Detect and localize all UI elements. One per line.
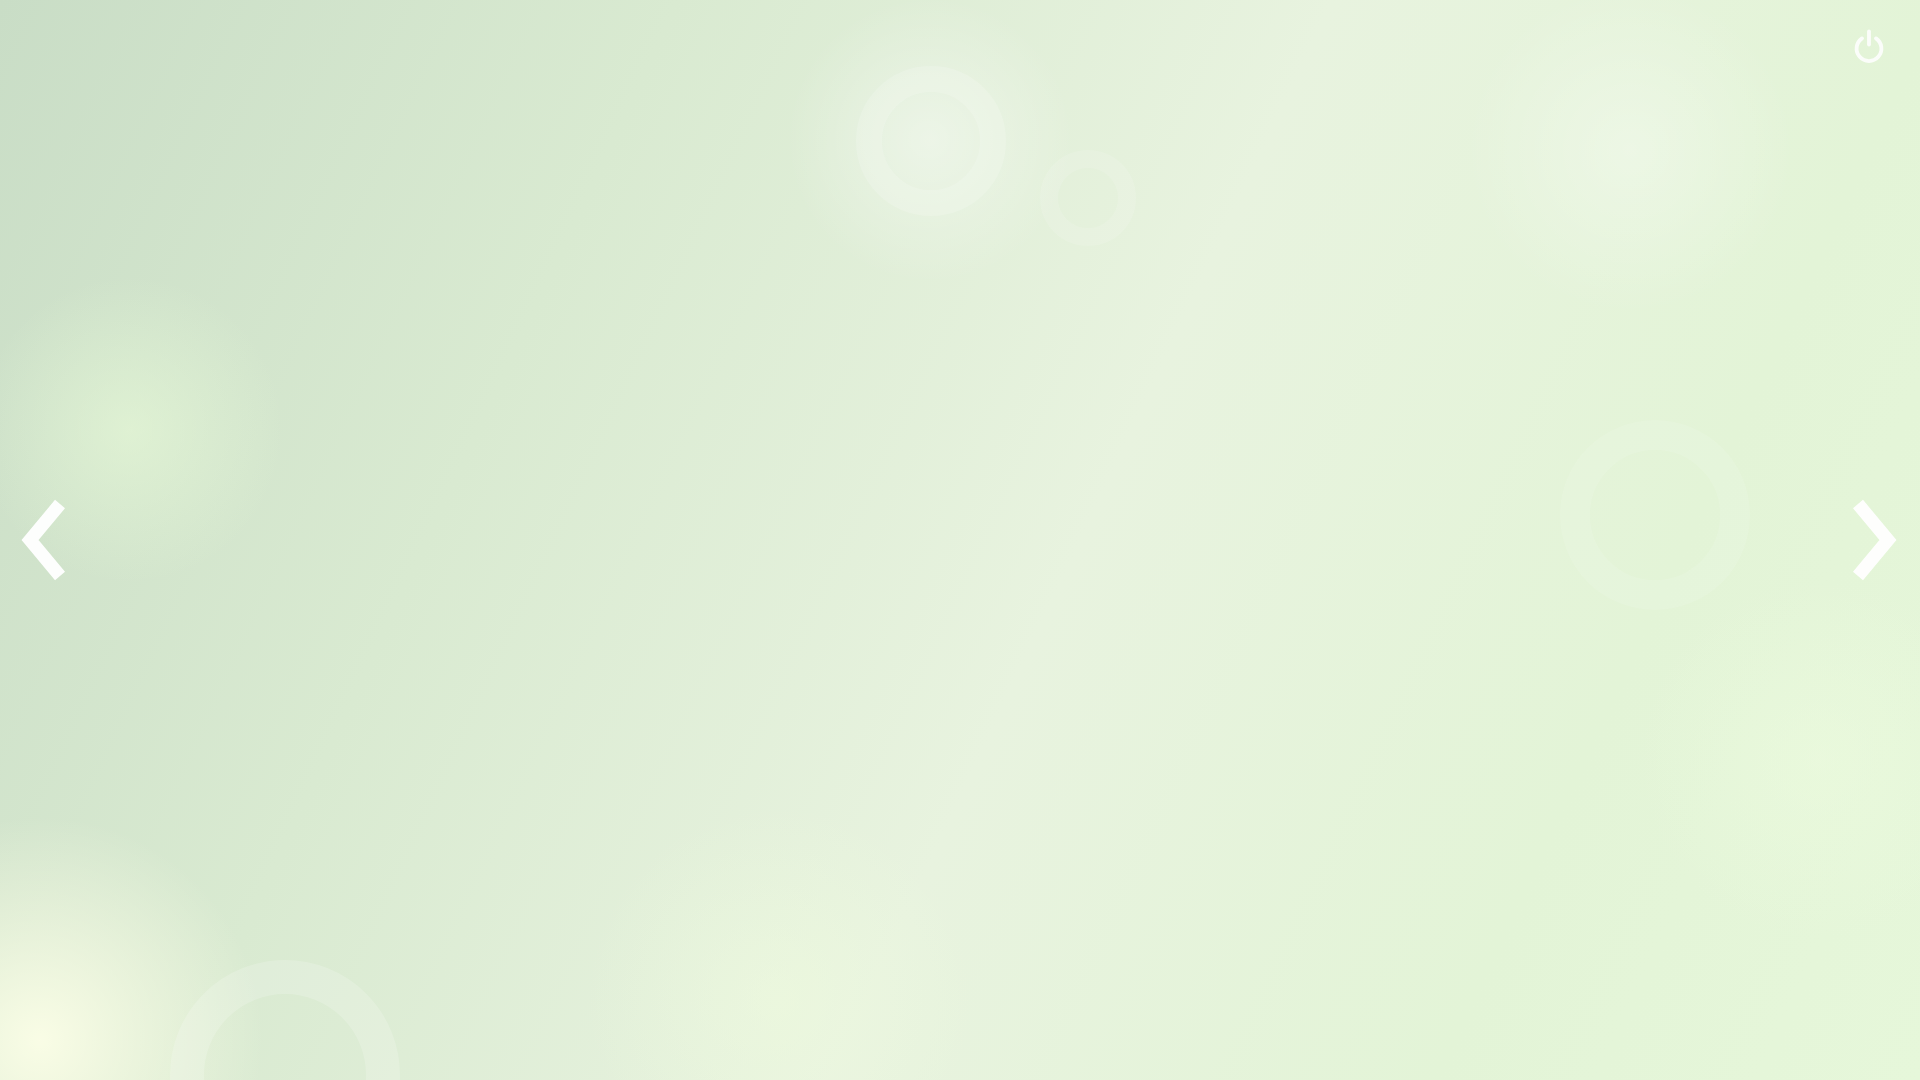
next-puzzle-button[interactable] [1849,499,1897,584]
bokeh-circle [1560,420,1750,610]
chess-board [600,180,1320,900]
chevron-right-icon [1849,569,1897,584]
bokeh-circle [170,960,400,1080]
power-icon [1849,56,1889,71]
chevron-left-icon [21,569,69,584]
prev-puzzle-button[interactable] [21,499,69,584]
power-button[interactable] [1849,28,1889,71]
